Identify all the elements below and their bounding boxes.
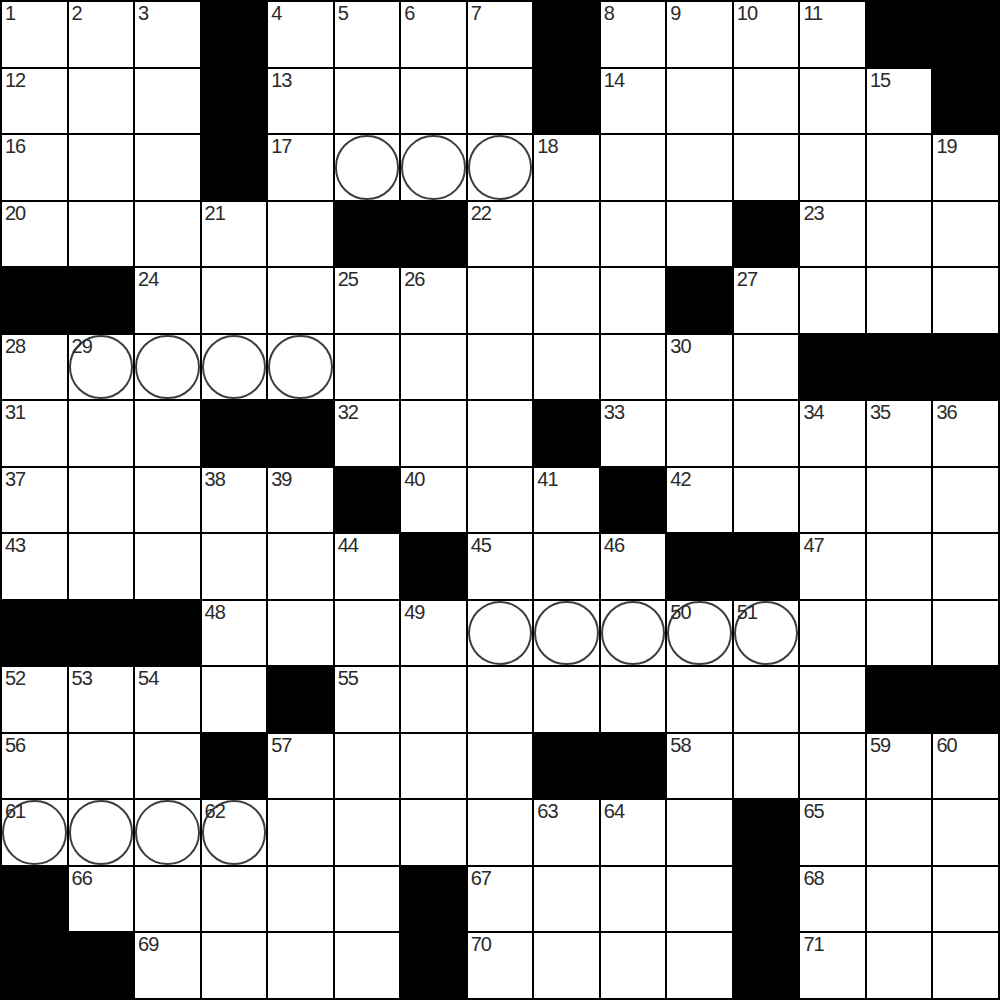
grid-cell[interactable] — [933, 468, 998, 533]
grid-cell[interactable] — [734, 401, 799, 466]
grid-cell[interactable] — [468, 800, 533, 865]
clue-number: 26 — [404, 268, 424, 290]
grid-cell[interactable] — [800, 734, 865, 799]
grid-cell[interactable] — [867, 601, 932, 666]
grid-cell[interactable] — [468, 268, 533, 333]
grid-cell[interactable] — [135, 867, 200, 932]
grid-cell[interactable]: 29 — [69, 335, 134, 400]
grid-cell[interactable]: 17 — [268, 135, 333, 200]
clue-number: 60 — [936, 734, 956, 756]
grid-cell[interactable]: 34 — [800, 401, 865, 466]
grid-cell[interactable] — [867, 534, 932, 599]
grid-cell[interactable] — [800, 601, 865, 666]
grid-cell[interactable]: 69 — [135, 933, 200, 998]
grid-cell[interactable]: 41 — [534, 468, 599, 533]
grid-cell[interactable]: 44 — [335, 534, 400, 599]
grid-cell[interactable] — [734, 734, 799, 799]
grid-cell[interactable] — [268, 800, 333, 865]
black-square — [534, 69, 599, 134]
grid-cell[interactable]: 7 — [468, 2, 533, 67]
black-square — [800, 335, 865, 400]
clue-number: 48 — [205, 601, 225, 623]
grid-cell[interactable] — [69, 202, 134, 267]
clue-number: 64 — [604, 800, 624, 822]
grid-cell[interactable] — [534, 867, 599, 932]
grid-cell[interactable]: 52 — [2, 667, 67, 732]
grid-cell[interactable] — [468, 601, 533, 666]
circle-marker — [601, 601, 666, 666]
clue-number: 53 — [72, 667, 92, 689]
grid-cell[interactable] — [468, 69, 533, 134]
grid-cell[interactable]: 10 — [734, 2, 799, 67]
grid-cell[interactable]: 33 — [601, 401, 666, 466]
grid-cell[interactable] — [468, 401, 533, 466]
grid-cell[interactable] — [335, 69, 400, 134]
grid-cell[interactable] — [135, 468, 200, 533]
clue-number: 47 — [803, 534, 823, 556]
clue-number: 8 — [604, 2, 614, 24]
grid-cell[interactable] — [534, 667, 599, 732]
grid-cell[interactable] — [867, 867, 932, 932]
clue-number: 5 — [338, 2, 348, 24]
clue-number: 45 — [471, 534, 491, 556]
grid-cell[interactable] — [601, 135, 666, 200]
clue-number: 14 — [604, 69, 624, 91]
grid-cell[interactable] — [69, 534, 134, 599]
grid-cell[interactable]: 64 — [601, 800, 666, 865]
grid-cell[interactable] — [335, 734, 400, 799]
grid-cell[interactable] — [335, 335, 400, 400]
black-square — [202, 2, 267, 67]
black-square — [933, 69, 998, 134]
black-square — [401, 534, 466, 599]
clue-number: 13 — [271, 69, 291, 91]
grid-cell[interactable]: 49 — [401, 601, 466, 666]
clue-number: 29 — [72, 335, 92, 357]
black-square — [335, 468, 400, 533]
black-square — [734, 867, 799, 932]
grid-cell[interactable] — [534, 601, 599, 666]
grid-cell[interactable] — [202, 933, 267, 998]
clue-number: 27 — [737, 268, 757, 290]
clue-number: 22 — [471, 202, 491, 224]
black-square — [734, 800, 799, 865]
grid-cell[interactable]: 11 — [800, 2, 865, 67]
clue-number: 20 — [5, 202, 25, 224]
grid-cell[interactable]: 25 — [335, 268, 400, 333]
grid-cell[interactable] — [800, 667, 865, 732]
grid-cell[interactable]: 21 — [202, 202, 267, 267]
circle-marker — [468, 601, 533, 666]
black-square — [335, 202, 400, 267]
grid-cell[interactable] — [601, 202, 666, 267]
circle-marker — [2, 800, 67, 865]
grid-cell[interactable]: 45 — [468, 534, 533, 599]
black-square — [401, 867, 466, 932]
black-square — [69, 933, 134, 998]
grid-cell[interactable]: 24 — [135, 268, 200, 333]
black-square — [202, 69, 267, 134]
clue-number: 46 — [604, 534, 624, 556]
grid-cell[interactable] — [933, 800, 998, 865]
grid-cell[interactable]: 55 — [335, 667, 400, 732]
grid-cell[interactable]: 57 — [268, 734, 333, 799]
grid-cell[interactable]: 20 — [2, 202, 67, 267]
grid-cell[interactable]: 4 — [268, 2, 333, 67]
clue-number: 7 — [471, 2, 481, 24]
grid-cell[interactable] — [468, 335, 533, 400]
black-square — [933, 667, 998, 732]
grid-cell[interactable]: 62 — [202, 800, 267, 865]
grid-cell[interactable]: 56 — [2, 734, 67, 799]
black-square — [601, 734, 666, 799]
clue-number: 57 — [271, 734, 291, 756]
circle-marker — [534, 601, 599, 666]
grid-cell[interactable]: 38 — [202, 468, 267, 533]
black-square — [202, 734, 267, 799]
grid-cell[interactable] — [135, 135, 200, 200]
grid-cell[interactable]: 65 — [800, 800, 865, 865]
black-square — [667, 268, 732, 333]
grid-cell[interactable]: 60 — [933, 734, 998, 799]
clue-number: 38 — [205, 468, 225, 490]
grid-cell[interactable] — [667, 69, 732, 134]
black-square — [69, 601, 134, 666]
grid-cell[interactable] — [268, 534, 333, 599]
grid-cell[interactable]: 12 — [2, 69, 67, 134]
grid-cell[interactable]: 9 — [667, 2, 732, 67]
clue-number: 59 — [870, 734, 890, 756]
black-square — [933, 335, 998, 400]
grid-cell[interactable] — [933, 867, 998, 932]
grid-cell[interactable]: 16 — [2, 135, 67, 200]
clue-number: 17 — [271, 135, 291, 157]
clue-number: 28 — [5, 335, 25, 357]
clue-number: 68 — [803, 867, 823, 889]
grid-cell[interactable] — [800, 468, 865, 533]
grid-cell[interactable] — [135, 335, 200, 400]
grid-cell[interactable]: 54 — [135, 667, 200, 732]
grid-cell[interactable]: 46 — [601, 534, 666, 599]
clue-number: 37 — [5, 468, 25, 490]
clue-number: 70 — [471, 933, 491, 955]
black-square — [2, 867, 67, 932]
grid-cell[interactable] — [601, 335, 666, 400]
grid-cell[interactable] — [800, 135, 865, 200]
grid-cell[interactable] — [335, 601, 400, 666]
black-square — [401, 933, 466, 998]
black-square — [734, 202, 799, 267]
grid-cell[interactable] — [468, 135, 533, 200]
grid-cell[interactable]: 31 — [2, 401, 67, 466]
black-square — [534, 2, 599, 67]
grid-cell[interactable] — [135, 734, 200, 799]
crossword-grid: 1234567891011121314151617181920212223242… — [0, 0, 1000, 1000]
black-square — [734, 933, 799, 998]
grid-cell[interactable] — [202, 268, 267, 333]
grid-cell[interactable] — [69, 135, 134, 200]
grid-cell[interactable] — [867, 202, 932, 267]
grid-cell[interactable]: 30 — [667, 335, 732, 400]
grid-cell[interactable]: 67 — [468, 867, 533, 932]
clue-number: 58 — [670, 734, 690, 756]
clue-number: 11 — [803, 2, 822, 24]
grid-cell[interactable] — [401, 69, 466, 134]
grid-cell[interactable]: 19 — [933, 135, 998, 200]
black-square — [534, 401, 599, 466]
grid-cell[interactable] — [401, 335, 466, 400]
clue-number: 31 — [5, 401, 25, 423]
grid-cell[interactable] — [667, 667, 732, 732]
clue-number: 69 — [138, 933, 158, 955]
grid-cell[interactable] — [734, 69, 799, 134]
black-square — [867, 667, 932, 732]
black-square — [933, 2, 998, 67]
grid-cell[interactable]: 61 — [2, 800, 67, 865]
clue-number: 41 — [537, 468, 557, 490]
black-square — [202, 401, 267, 466]
grid-cell[interactable] — [867, 268, 932, 333]
grid-cell[interactable] — [401, 800, 466, 865]
grid-cell[interactable] — [601, 867, 666, 932]
grid-cell[interactable] — [268, 601, 333, 666]
clue-number: 39 — [271, 468, 291, 490]
clue-number: 40 — [404, 468, 424, 490]
grid-cell[interactable]: 50 — [667, 601, 732, 666]
circle-marker — [468, 135, 533, 200]
grid-cell[interactable]: 43 — [2, 534, 67, 599]
grid-cell[interactable]: 36 — [933, 401, 998, 466]
grid-cell[interactable] — [667, 800, 732, 865]
clue-number: 34 — [803, 401, 823, 423]
grid-cell[interactable] — [268, 933, 333, 998]
clue-number: 35 — [870, 401, 890, 423]
clue-number: 2 — [72, 2, 82, 24]
clue-number: 12 — [5, 69, 25, 91]
clue-number: 21 — [205, 202, 225, 224]
grid-cell[interactable] — [667, 202, 732, 267]
clue-number: 6 — [404, 2, 414, 24]
grid-cell[interactable] — [667, 401, 732, 466]
grid-cell[interactable] — [933, 202, 998, 267]
grid-cell[interactable] — [667, 867, 732, 932]
grid-cell[interactable]: 59 — [867, 734, 932, 799]
black-square — [69, 268, 134, 333]
grid-cell[interactable]: 37 — [2, 468, 67, 533]
clue-number: 25 — [338, 268, 358, 290]
grid-cell[interactable] — [800, 268, 865, 333]
grid-cell[interactable]: 1 — [2, 2, 67, 67]
grid-cell[interactable]: 66 — [69, 867, 134, 932]
grid-cell[interactable] — [401, 667, 466, 732]
grid-cell[interactable] — [867, 468, 932, 533]
grid-cell[interactable] — [601, 933, 666, 998]
grid-cell[interactable]: 58 — [667, 734, 732, 799]
grid-cell[interactable] — [933, 534, 998, 599]
grid-cell[interactable]: 48 — [202, 601, 267, 666]
grid-cell[interactable] — [135, 534, 200, 599]
grid-cell[interactable] — [202, 335, 267, 400]
grid-cell[interactable] — [335, 867, 400, 932]
grid-cell[interactable] — [534, 335, 599, 400]
clue-number: 30 — [670, 335, 690, 357]
grid-cell[interactable] — [734, 335, 799, 400]
grid-cell[interactable] — [534, 933, 599, 998]
clue-number: 65 — [803, 800, 823, 822]
grid-cell[interactable] — [268, 335, 333, 400]
grid-cell[interactable] — [867, 933, 932, 998]
grid-cell[interactable] — [601, 268, 666, 333]
grid-cell[interactable]: 18 — [534, 135, 599, 200]
black-square — [2, 268, 67, 333]
clue-number: 44 — [338, 534, 358, 556]
grid-cell[interactable]: 40 — [401, 468, 466, 533]
grid-cell[interactable] — [667, 933, 732, 998]
circle-marker — [69, 335, 134, 400]
grid-cell[interactable]: 2 — [69, 2, 134, 67]
clue-number: 51 — [737, 601, 757, 623]
grid-cell[interactable]: 13 — [268, 69, 333, 134]
grid-cell[interactable] — [734, 667, 799, 732]
circle-marker — [69, 800, 134, 865]
grid-cell[interactable] — [601, 601, 666, 666]
grid-cell[interactable] — [468, 734, 533, 799]
clue-number: 52 — [5, 667, 25, 689]
clue-number: 3 — [138, 2, 148, 24]
grid-cell[interactable] — [69, 800, 134, 865]
grid-cell[interactable] — [933, 601, 998, 666]
clue-number: 56 — [5, 734, 25, 756]
clue-number: 66 — [72, 867, 92, 889]
grid-cell[interactable] — [534, 202, 599, 267]
clue-number: 24 — [138, 268, 158, 290]
circle-marker — [135, 800, 200, 865]
grid-cell[interactable]: 39 — [268, 468, 333, 533]
grid-cell[interactable] — [867, 800, 932, 865]
grid-cell[interactable] — [268, 202, 333, 267]
clue-number: 23 — [803, 202, 823, 224]
grid-cell[interactable] — [135, 401, 200, 466]
grid-cell[interactable] — [534, 534, 599, 599]
grid-cell[interactable] — [401, 401, 466, 466]
grid-cell[interactable]: 71 — [800, 933, 865, 998]
grid-cell[interactable] — [601, 667, 666, 732]
grid-cell[interactable]: 32 — [335, 401, 400, 466]
grid-cell[interactable] — [335, 800, 400, 865]
clue-number: 4 — [271, 2, 281, 24]
grid-cell[interactable]: 70 — [468, 933, 533, 998]
clue-number: 10 — [737, 2, 757, 24]
grid-cell[interactable]: 28 — [2, 335, 67, 400]
circle-marker — [135, 335, 200, 400]
grid-cell[interactable]: 6 — [401, 2, 466, 67]
grid-cell[interactable]: 8 — [601, 2, 666, 67]
grid-cell[interactable] — [69, 734, 134, 799]
grid-cell[interactable] — [69, 468, 134, 533]
grid-cell[interactable] — [135, 202, 200, 267]
grid-cell[interactable] — [933, 933, 998, 998]
black-square — [601, 468, 666, 533]
grid-cell[interactable]: 47 — [800, 534, 865, 599]
grid-cell[interactable] — [667, 135, 732, 200]
grid-cell[interactable]: 22 — [468, 202, 533, 267]
black-square — [2, 933, 67, 998]
clue-number: 42 — [670, 468, 690, 490]
grid-cell[interactable] — [734, 468, 799, 533]
grid-cell[interactable] — [135, 69, 200, 134]
clue-number: 32 — [338, 401, 358, 423]
black-square — [667, 534, 732, 599]
grid-cell[interactable] — [867, 135, 932, 200]
grid-cell[interactable]: 5 — [335, 2, 400, 67]
clue-number: 18 — [537, 135, 557, 157]
circle-marker — [202, 800, 267, 865]
grid-cell[interactable] — [734, 135, 799, 200]
clue-number: 50 — [670, 601, 690, 623]
black-square — [202, 135, 267, 200]
grid-cell[interactable] — [468, 468, 533, 533]
grid-cell[interactable]: 42 — [667, 468, 732, 533]
grid-cell[interactable] — [335, 135, 400, 200]
grid-cell[interactable]: 3 — [135, 2, 200, 67]
grid-cell[interactable] — [69, 69, 134, 134]
grid-cell[interactable] — [268, 867, 333, 932]
clue-number: 67 — [471, 867, 491, 889]
circle-marker — [401, 135, 466, 200]
grid-cell[interactable] — [534, 268, 599, 333]
grid-cell[interactable] — [202, 667, 267, 732]
grid-cell[interactable] — [135, 800, 200, 865]
grid-cell[interactable]: 27 — [734, 268, 799, 333]
black-square — [867, 2, 932, 67]
clue-number: 62 — [205, 800, 225, 822]
grid-cell[interactable]: 63 — [534, 800, 599, 865]
grid-cell[interactable]: 14 — [601, 69, 666, 134]
grid-cell[interactable] — [468, 667, 533, 732]
grid-cell[interactable]: 53 — [69, 667, 134, 732]
grid-cell[interactable] — [69, 401, 134, 466]
grid-cell[interactable]: 23 — [800, 202, 865, 267]
grid-cell[interactable] — [202, 534, 267, 599]
grid-cell[interactable]: 35 — [867, 401, 932, 466]
grid-cell[interactable] — [933, 268, 998, 333]
grid-cell[interactable]: 51 — [734, 601, 799, 666]
grid-cell[interactable] — [335, 933, 400, 998]
grid-cell[interactable] — [401, 135, 466, 200]
grid-cell[interactable] — [800, 69, 865, 134]
clue-number: 63 — [537, 800, 557, 822]
grid-cell[interactable] — [268, 268, 333, 333]
grid-cell[interactable]: 68 — [800, 867, 865, 932]
clue-number: 19 — [936, 135, 956, 157]
clue-number: 55 — [338, 667, 358, 689]
black-square — [2, 601, 67, 666]
circle-marker — [268, 335, 333, 400]
clue-number: 9 — [670, 2, 680, 24]
clue-number: 33 — [604, 401, 624, 423]
grid-cell[interactable] — [401, 734, 466, 799]
circle-marker — [202, 335, 267, 400]
clue-number: 15 — [870, 69, 890, 91]
black-square — [135, 601, 200, 666]
grid-cell[interactable]: 15 — [867, 69, 932, 134]
circle-marker — [335, 135, 400, 200]
clue-number: 36 — [936, 401, 956, 423]
black-square — [268, 401, 333, 466]
grid-cell[interactable]: 26 — [401, 268, 466, 333]
black-square — [734, 534, 799, 599]
grid-cell[interactable] — [202, 867, 267, 932]
